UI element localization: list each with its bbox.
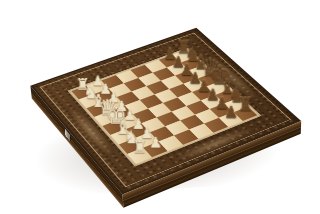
chess-board: ♜♟♟♜♞♟♟♞♝♟♟♝♛♟♟♛♚♟♟♚♝♟♟♝♞♟♟♞♜♟♟♜ (30, 28, 301, 195)
piece-black-king: ♚ (209, 63, 228, 88)
piece-white-pawn: ♟ (89, 73, 106, 87)
piece-black-rook: ♜ (175, 39, 193, 56)
square-h6 (204, 118, 228, 133)
square-c4 (132, 86, 155, 100)
product-photo: ♜♟♟♜♞♟♟♞♝♟♟♝♛♟♟♛♚♟♟♚♝♟♟♝♞♟♟♞♜♟♟♜ (0, 0, 320, 214)
square-d3 (125, 100, 148, 114)
piece-white-rook: ♜ (74, 77, 91, 93)
square-c2: ♟ (102, 97, 125, 111)
carved-frame: ♜♟♟♜♞♟♟♞♝♟♟♝♛♟♟♛♚♟♟♚♝♟♟♝♞♟♟♞♜♟♟♜ (30, 28, 301, 195)
photo-stage: ♜♟♟♜♞♟♟♞♝♟♟♝♛♟♟♛♚♟♟♚♝♟♟♝♞♟♟♞♜♟♟♜ (0, 0, 320, 214)
chess-grid: ♜♟♟♜♞♟♟♞♝♟♟♝♛♟♟♛♚♟♟♚♝♟♟♝♞♟♟♞♜♟♟♜ (71, 50, 257, 164)
piece-black-pawn: ♟ (221, 103, 240, 119)
